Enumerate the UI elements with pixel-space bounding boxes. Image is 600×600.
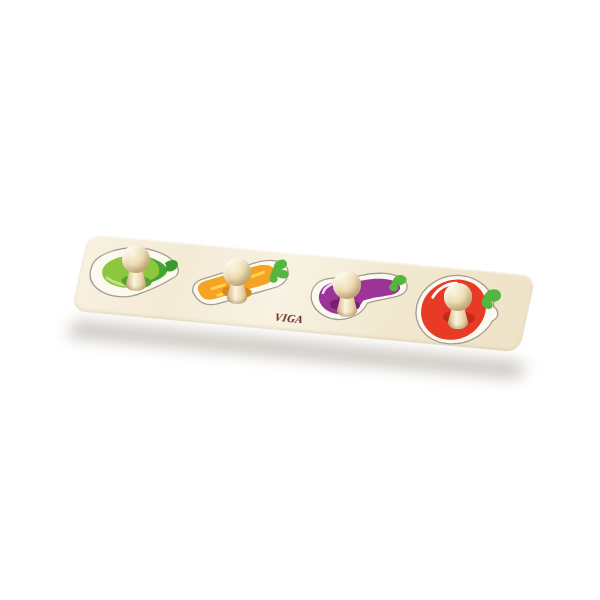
knob-ball xyxy=(444,283,472,311)
knob-eggplant[interactable] xyxy=(333,271,361,319)
knob-ball xyxy=(223,258,251,286)
product-photo: VIGA xyxy=(0,0,600,600)
knob-green-pepper[interactable] xyxy=(122,245,150,293)
knob-carrot[interactable] xyxy=(223,258,251,306)
knob-ball xyxy=(333,271,361,299)
knob-tomato[interactable] xyxy=(444,283,472,331)
knob-ball xyxy=(122,245,150,273)
